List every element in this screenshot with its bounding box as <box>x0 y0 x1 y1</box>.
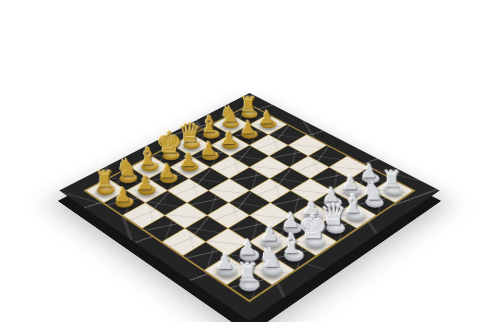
chess-board: ♜♟♟♜♞♟♟♞♝♟♟♝♛♟♟♛♚♟♟♚♝♟♟♝♞♟♟♞♜♟♟♜ <box>59 93 439 321</box>
silver-piece-base <box>258 260 287 279</box>
gold-piece-base <box>238 108 262 120</box>
silver-piece-base <box>339 182 365 197</box>
gold-piece-base <box>137 160 162 174</box>
silver-piece-base <box>235 246 263 264</box>
gold-piece-base <box>111 194 138 210</box>
gold-piece-base <box>93 182 119 197</box>
silver-piece-base <box>212 260 241 279</box>
gold-piece-base <box>256 118 280 131</box>
silver-piece-base <box>279 220 306 237</box>
silver-piece-base <box>358 171 384 186</box>
silver-piece-base <box>361 194 388 210</box>
silver-piece-base <box>301 233 329 250</box>
gold-piece-base <box>199 128 223 141</box>
silver-piece-base <box>235 275 264 294</box>
gold-piece-base <box>218 138 243 152</box>
gold-piece-base <box>156 171 182 186</box>
gold-piece-base <box>237 128 261 141</box>
gold-piece-base <box>115 171 141 186</box>
product-photo-scene: ♜♟♟♜♞♟♟♞♝♟♟♝♛♟♟♛♚♟♟♚♝♟♟♝♞♟♟♞♜♟♟♜ <box>0 0 500 322</box>
gold-piece-base <box>179 138 204 152</box>
silver-piece-base <box>322 220 349 237</box>
board-grid: ♜♟♟♜♞♟♟♞♝♟♟♝♛♟♟♛♚♟♟♚♝♟♟♝♞♟♟♞♜♟♟♜ <box>86 105 413 300</box>
silver-piece-base <box>380 182 406 197</box>
silver-piece-base <box>320 194 347 210</box>
silver-piece-base <box>257 233 285 250</box>
gold-piece-base <box>219 118 243 131</box>
gold-piece-base <box>177 160 202 174</box>
silver-piece-base <box>342 207 369 223</box>
gold-piece-base <box>159 149 184 163</box>
silver-piece-base <box>280 246 308 264</box>
gold-piece-base <box>198 149 223 163</box>
board-playing-area: ♜♟♟♜♞♟♟♞♝♟♟♝♛♟♟♛♚♟♟♚♝♟♟♝♞♟♟♞♜♟♟♜ <box>83 104 415 302</box>
silver-piece-base <box>300 207 327 223</box>
gold-piece-base <box>134 182 160 197</box>
